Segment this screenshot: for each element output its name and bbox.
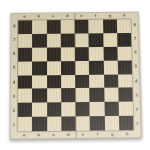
square-a4 [18,75,32,89]
square-f6 [89,47,103,61]
chessboard: abcdefgh abcdefgh 87654321 87654321 [10,12,142,140]
rank-label-8: 8 [132,18,138,32]
square-h1 [119,116,134,130]
square-a1 [18,117,32,131]
square-c4 [46,75,60,89]
square-b5 [32,61,46,75]
file-label-b: b [31,132,46,138]
square-e5 [75,61,89,75]
square-c1 [47,117,62,131]
square-d5 [61,61,75,75]
square-b1 [32,117,46,131]
square-d8 [60,20,74,34]
square-h7 [117,33,131,47]
square-d1 [61,116,76,130]
rank-label-4: 4 [133,74,139,88]
file-label-c: c [46,132,61,138]
square-d4 [61,75,75,89]
square-g5 [103,60,117,74]
square-d2 [61,102,76,116]
square-g8 [103,20,117,34]
square-f8 [88,20,102,34]
square-b3 [32,89,46,103]
square-f4 [89,74,103,88]
square-c7 [46,34,60,48]
square-h6 [117,46,131,60]
square-f2 [90,102,105,116]
square-c5 [46,61,60,75]
square-e6 [75,47,89,61]
square-b2 [32,103,46,117]
square-f5 [89,60,103,74]
file-label-d: d [61,132,76,138]
square-g3 [104,88,119,102]
square-h8 [117,19,131,33]
square-g6 [103,47,117,61]
square-c3 [47,89,61,103]
square-a7 [18,34,32,48]
square-f1 [90,116,105,130]
square-h2 [118,102,133,116]
square-e4 [75,74,89,88]
square-g7 [103,33,117,47]
file-label-h: h [120,131,135,137]
square-a8 [18,20,32,34]
square-h4 [118,74,133,88]
square-e3 [75,88,90,102]
file-label-f: f [90,131,105,137]
square-f7 [89,33,103,47]
square-h3 [118,88,133,102]
square-e8 [74,20,88,34]
rank-label-3: 3 [133,88,139,102]
square-e1 [75,116,90,130]
square-e7 [75,33,89,47]
square-c2 [47,103,61,117]
square-b6 [32,47,46,61]
rank-label-2: 2 [134,102,140,116]
rank-label-6: 6 [132,46,138,60]
square-c8 [46,20,60,34]
square-a3 [18,89,32,103]
square-d3 [61,88,75,102]
square-g4 [103,74,118,88]
square-g2 [104,102,119,116]
square-c6 [46,47,60,61]
square-e2 [75,102,90,116]
rank-label-5: 5 [133,60,139,74]
square-b8 [32,20,46,34]
rank-label-7: 7 [132,32,138,46]
square-a2 [18,103,32,117]
file-label-e: e [76,132,91,138]
rank-label-1: 1 [134,117,140,132]
square-b4 [32,75,46,89]
square-f3 [89,88,104,102]
file-label-a: a [17,132,32,138]
square-h5 [117,60,132,74]
square-a6 [18,47,32,61]
file-label-g: g [105,131,120,137]
square-d6 [61,47,75,61]
square-d7 [60,33,74,47]
square-g1 [104,116,119,130]
product-photo-scene: abcdefgh abcdefgh 87654321 87654321 [0,0,150,150]
square-a5 [18,61,32,75]
square-b7 [32,34,46,48]
